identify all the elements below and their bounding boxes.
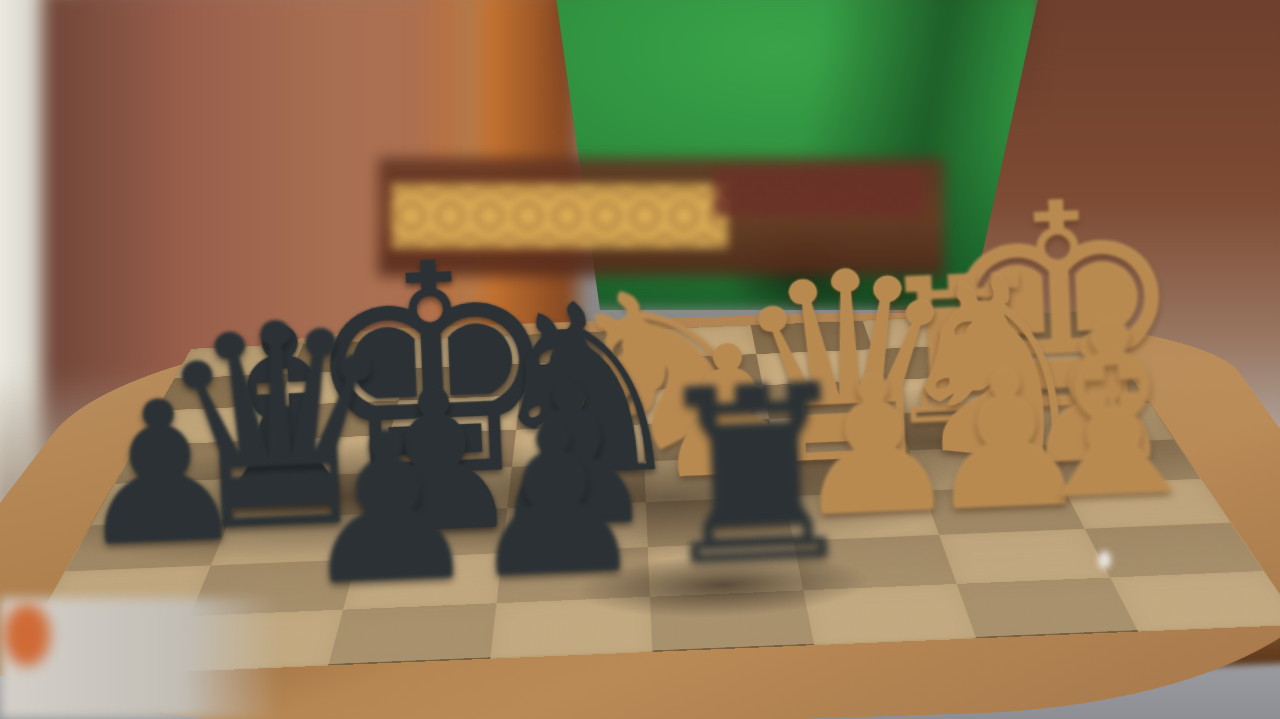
board-square: ♚ (1022, 403, 1173, 445)
board-square: ♚ (369, 467, 512, 514)
board-square: ♜ (896, 408, 1041, 450)
board-square (756, 349, 883, 385)
board-square (957, 578, 1138, 639)
board-square: ♟ (357, 508, 508, 559)
board-square (328, 603, 496, 665)
board-square: ♞ (909, 445, 1062, 491)
board-square (939, 529, 1110, 584)
board-square: ♟ (502, 502, 648, 553)
board-square: ♟ (497, 547, 650, 603)
board-square: ♟ (1041, 439, 1200, 485)
board-square (390, 395, 520, 435)
board-square (646, 497, 794, 548)
board-square (490, 597, 652, 659)
board-square: ♜ (648, 541, 803, 597)
board-square: ♟ (65, 520, 230, 572)
board-square: ♟ (644, 456, 784, 502)
board-square (263, 400, 399, 440)
board-square (989, 339, 1126, 375)
board-square (407, 335, 527, 369)
board-square (512, 424, 644, 467)
board-square: ♝ (1062, 479, 1230, 529)
board-square: ♟ (343, 553, 502, 609)
board-square (247, 435, 389, 478)
board-square: ♞ (507, 462, 646, 509)
board-square (641, 385, 769, 424)
board-square: ♝ (230, 473, 380, 520)
board-square (769, 414, 909, 456)
board-square: ♟ (785, 491, 940, 541)
board-square (763, 380, 896, 419)
board-square: ♛ (211, 514, 369, 566)
board-square (380, 430, 517, 473)
orange-smudge (4, 604, 50, 666)
board-square (115, 440, 263, 483)
board-square (1005, 370, 1149, 408)
board-square (516, 390, 643, 429)
white-speck (1098, 551, 1111, 569)
board-square (884, 375, 1023, 414)
board-square (91, 478, 247, 525)
board-square (1110, 571, 1280, 632)
chess-photo-scene: ♞♜♚♝♚♞♟♛♞♟♟♛♟♟♟♟♝♟♟♜ (0, 0, 1280, 719)
board-square (399, 364, 524, 401)
board-square (640, 354, 763, 390)
board-square: ♟ (923, 485, 1085, 535)
board-square (794, 535, 957, 590)
board-square (803, 584, 976, 645)
board-square: ♞ (643, 419, 777, 462)
board-square (650, 590, 814, 652)
board-square (1085, 523, 1264, 578)
board-square (520, 359, 641, 395)
board-square (873, 344, 1005, 380)
board-square: ♛ (777, 450, 924, 496)
